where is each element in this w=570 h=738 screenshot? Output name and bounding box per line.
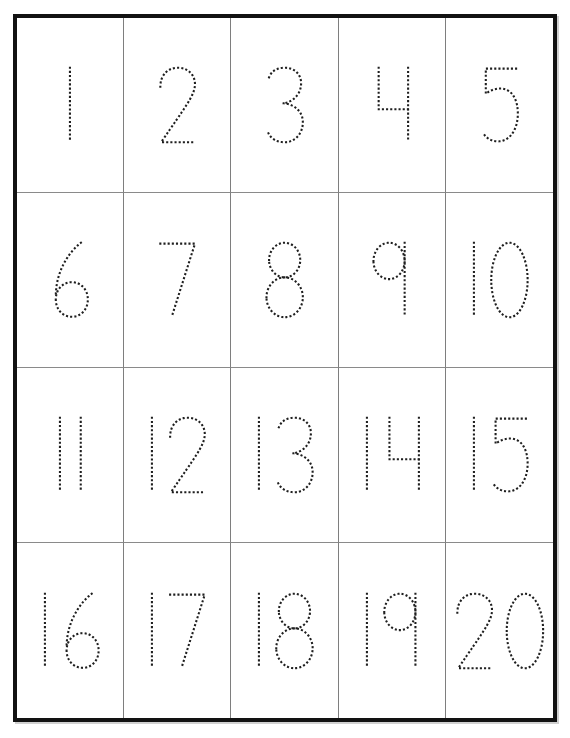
number-tracing-grid: 1234567891011121314151617181920 xyxy=(13,14,557,722)
dotted-number-13 xyxy=(252,416,316,494)
cell-6: 6 xyxy=(17,193,124,368)
cell-17: 17 xyxy=(124,543,231,718)
cell-7: 7 xyxy=(124,193,231,368)
cell-12: 12 xyxy=(124,368,231,543)
cell-4: 4 xyxy=(339,18,446,193)
dotted-number-19 xyxy=(360,592,424,670)
dotted-number-18 xyxy=(252,592,316,670)
cell-5: 5 xyxy=(446,18,553,193)
dotted-number-15 xyxy=(467,416,531,494)
cell-14: 14 xyxy=(339,368,446,543)
cell-16: 16 xyxy=(17,543,124,718)
cell-20: 20 xyxy=(446,543,553,718)
cell-19: 19 xyxy=(339,543,446,718)
dotted-number-8 xyxy=(263,241,306,319)
cell-1: 1 xyxy=(17,18,124,193)
cell-2: 2 xyxy=(124,18,231,193)
cell-8: 8 xyxy=(231,193,338,368)
dotted-number-10 xyxy=(467,241,531,319)
dotted-number-20 xyxy=(453,592,547,670)
worksheet-page: 1234567891011121314151617181920 xyxy=(0,0,570,738)
dotted-number-16 xyxy=(38,592,102,670)
cell-13: 13 xyxy=(231,368,338,543)
cell-9: 9 xyxy=(339,193,446,368)
dotted-number-1 xyxy=(63,66,77,144)
dotted-number-9 xyxy=(370,241,413,319)
dotted-number-2 xyxy=(156,66,199,144)
cell-18: 18 xyxy=(231,543,338,718)
dotted-number-5 xyxy=(478,66,521,144)
dotted-number-11 xyxy=(53,416,88,494)
cell-3: 3 xyxy=(231,18,338,193)
dotted-number-4 xyxy=(370,66,413,144)
dotted-number-17 xyxy=(145,592,209,670)
dotted-number-14 xyxy=(360,416,424,494)
cell-10: 10 xyxy=(446,193,553,368)
dotted-number-6 xyxy=(48,241,91,319)
dotted-number-7 xyxy=(156,241,199,319)
cell-11: 11 xyxy=(17,368,124,543)
dotted-number-12 xyxy=(145,416,209,494)
cell-15: 15 xyxy=(446,368,553,543)
dotted-number-3 xyxy=(263,66,306,144)
